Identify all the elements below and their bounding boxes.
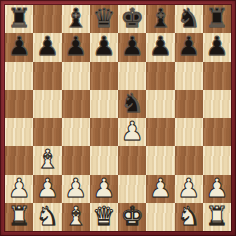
square-d6[interactable] (90, 62, 118, 90)
square-e1[interactable]: ♚ (118, 203, 146, 231)
black-pawn: ♟ (177, 33, 200, 59)
black-pawn: ♟ (64, 33, 87, 59)
white-pawn: ♟ (120, 118, 143, 144)
square-a4[interactable] (5, 118, 33, 146)
square-h6[interactable] (203, 62, 231, 90)
square-e6[interactable] (118, 62, 146, 90)
white-king: ♚ (120, 203, 143, 229)
square-f6[interactable] (146, 62, 174, 90)
square-d4[interactable] (90, 118, 118, 146)
square-f1[interactable] (146, 203, 174, 231)
black-king: ♚ (120, 5, 143, 31)
square-e3[interactable] (118, 146, 146, 174)
white-pawn: ♟ (205, 175, 228, 201)
black-rook: ♜ (7, 5, 30, 31)
white-knight: ♞ (36, 203, 59, 229)
square-f2[interactable]: ♟ (146, 175, 174, 203)
square-h2[interactable]: ♟ (203, 175, 231, 203)
square-e5[interactable]: ♞ (118, 90, 146, 118)
square-a2[interactable]: ♟ (5, 175, 33, 203)
square-h8[interactable]: ♜ (203, 5, 231, 33)
square-h4[interactable] (203, 118, 231, 146)
square-b7[interactable]: ♟ (33, 33, 61, 61)
white-rook: ♜ (205, 203, 228, 229)
square-c7[interactable]: ♟ (62, 33, 90, 61)
black-pawn: ♟ (149, 33, 172, 59)
square-b3[interactable]: ♝ (33, 146, 61, 174)
black-bishop: ♝ (149, 5, 172, 31)
square-d3[interactable] (90, 146, 118, 174)
square-g3[interactable] (175, 146, 203, 174)
square-c8[interactable]: ♝ (62, 5, 90, 33)
square-b8[interactable] (33, 5, 61, 33)
square-c1[interactable]: ♝ (62, 203, 90, 231)
square-b5[interactable] (33, 90, 61, 118)
square-c5[interactable] (62, 90, 90, 118)
square-c4[interactable] (62, 118, 90, 146)
square-g2[interactable]: ♟ (175, 175, 203, 203)
white-queen: ♛ (92, 203, 115, 229)
white-bishop: ♝ (36, 146, 59, 172)
chess-board: ♜♝♛♚♝♞♜♟♟♟♟♟♟♟♟♞♟♝♟♟♟♟♟♟♟♜♞♝♛♚♞♜ (5, 5, 231, 231)
white-pawn: ♟ (64, 175, 87, 201)
square-a6[interactable] (5, 62, 33, 90)
square-e4[interactable]: ♟ (118, 118, 146, 146)
square-a3[interactable] (5, 146, 33, 174)
white-pawn: ♟ (149, 175, 172, 201)
white-rook: ♜ (7, 203, 30, 229)
square-c6[interactable] (62, 62, 90, 90)
square-g5[interactable] (175, 90, 203, 118)
square-f8[interactable]: ♝ (146, 5, 174, 33)
square-h5[interactable] (203, 90, 231, 118)
square-d2[interactable]: ♟ (90, 175, 118, 203)
square-g1[interactable]: ♞ (175, 203, 203, 231)
square-g7[interactable]: ♟ (175, 33, 203, 61)
square-c3[interactable] (62, 146, 90, 174)
black-pawn: ♟ (7, 33, 30, 59)
black-pawn: ♟ (120, 33, 143, 59)
square-b2[interactable]: ♟ (33, 175, 61, 203)
square-d5[interactable] (90, 90, 118, 118)
square-g4[interactable] (175, 118, 203, 146)
square-f5[interactable] (146, 90, 174, 118)
square-f3[interactable] (146, 146, 174, 174)
square-d8[interactable]: ♛ (90, 5, 118, 33)
black-pawn: ♟ (205, 33, 228, 59)
square-g6[interactable] (175, 62, 203, 90)
square-a1[interactable]: ♜ (5, 203, 33, 231)
square-c2[interactable]: ♟ (62, 175, 90, 203)
black-rook: ♜ (205, 5, 228, 31)
square-d1[interactable]: ♛ (90, 203, 118, 231)
chess-board-frame: ♜♝♛♚♝♞♜♟♟♟♟♟♟♟♟♞♟♝♟♟♟♟♟♟♟♜♞♝♛♚♞♜ (0, 0, 236, 236)
square-a7[interactable]: ♟ (5, 33, 33, 61)
square-b4[interactable] (33, 118, 61, 146)
white-pawn: ♟ (36, 175, 59, 201)
square-e2[interactable] (118, 175, 146, 203)
black-pawn: ♟ (36, 33, 59, 59)
white-knight: ♞ (177, 203, 200, 229)
black-knight: ♞ (120, 90, 143, 116)
square-g8[interactable]: ♞ (175, 5, 203, 33)
square-f4[interactable] (146, 118, 174, 146)
square-e7[interactable]: ♟ (118, 33, 146, 61)
black-pawn: ♟ (92, 33, 115, 59)
white-pawn: ♟ (7, 175, 30, 201)
black-queen: ♛ (92, 5, 115, 31)
square-b6[interactable] (33, 62, 61, 90)
square-d7[interactable]: ♟ (90, 33, 118, 61)
square-h7[interactable]: ♟ (203, 33, 231, 61)
square-h1[interactable]: ♜ (203, 203, 231, 231)
square-e8[interactable]: ♚ (118, 5, 146, 33)
square-b1[interactable]: ♞ (33, 203, 61, 231)
black-bishop: ♝ (64, 5, 87, 31)
black-knight: ♞ (177, 5, 200, 31)
white-bishop: ♝ (64, 203, 87, 229)
white-pawn: ♟ (92, 175, 115, 201)
square-a8[interactable]: ♜ (5, 5, 33, 33)
square-f7[interactable]: ♟ (146, 33, 174, 61)
white-pawn: ♟ (177, 175, 200, 201)
square-a5[interactable] (5, 90, 33, 118)
square-h3[interactable] (203, 146, 231, 174)
